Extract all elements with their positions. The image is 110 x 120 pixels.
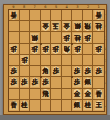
cell-9-1[interactable]: 香 bbox=[9, 10, 20, 21]
cell-4-4[interactable]: 角 bbox=[62, 44, 73, 55]
piece-black-lance[interactable]: 香 bbox=[94, 89, 103, 99]
hoshi-star-point bbox=[40, 76, 42, 78]
cell-8-9[interactable]: 桂 bbox=[20, 100, 31, 111]
cell-9-7[interactable]: 歩 bbox=[9, 77, 20, 88]
shogi-board-frame: 987654321 一二三四五六七八九 香香金玉金銀飛桂銀歩桂歩歩歩歩歩角歩歩歩… bbox=[3, 4, 107, 115]
cell-4-7[interactable] bbox=[62, 77, 73, 88]
cell-7-5[interactable] bbox=[30, 55, 41, 66]
cell-8-1[interactable] bbox=[20, 10, 31, 21]
piece-black-knight[interactable]: 桂 bbox=[20, 100, 29, 110]
cell-1-7[interactable] bbox=[93, 77, 104, 88]
cell-5-1[interactable] bbox=[51, 10, 62, 21]
cell-2-4[interactable] bbox=[83, 44, 94, 55]
piece-white-silver[interactable]: 銀 bbox=[30, 33, 39, 43]
hoshi-star-point bbox=[71, 43, 73, 45]
cell-7-4[interactable]: 歩 bbox=[30, 44, 41, 55]
piece-black-pawn[interactable]: 歩 bbox=[9, 66, 18, 76]
cell-3-5[interactable] bbox=[72, 55, 83, 66]
hoshi-star-point bbox=[40, 43, 42, 45]
piece-white-gold[interactable]: 金 bbox=[62, 21, 71, 31]
piece-black-pawn[interactable]: 歩 bbox=[30, 77, 39, 87]
cell-5-5[interactable] bbox=[51, 55, 62, 66]
cell-7-8[interactable] bbox=[30, 89, 41, 100]
cell-3-7[interactable]: 歩 bbox=[72, 77, 83, 88]
piece-black-pawn[interactable]: 歩 bbox=[41, 77, 50, 87]
cell-2-9[interactable]: 桂 bbox=[83, 100, 94, 111]
cell-7-2[interactable] bbox=[30, 21, 41, 32]
piece-black-pawn[interactable]: 歩 bbox=[9, 77, 18, 87]
piece-white-lance[interactable]: 香 bbox=[9, 10, 18, 20]
cell-2-5[interactable] bbox=[83, 55, 94, 66]
piece-white-pawn[interactable]: 歩 bbox=[83, 33, 92, 43]
piece-black-pawn[interactable]: 歩 bbox=[94, 66, 103, 76]
piece-white-knight[interactable]: 桂 bbox=[73, 33, 82, 43]
cell-6-2[interactable]: 金 bbox=[41, 21, 52, 32]
cell-8-5[interactable]: 歩 bbox=[20, 55, 31, 66]
cell-9-3[interactable] bbox=[9, 32, 20, 43]
cell-6-9[interactable] bbox=[41, 100, 52, 111]
cell-5-9[interactable] bbox=[51, 100, 62, 111]
cell-7-7[interactable]: 歩 bbox=[30, 77, 41, 88]
piece-white-pawn[interactable]: 歩 bbox=[73, 44, 82, 54]
cell-6-3[interactable] bbox=[41, 32, 52, 43]
cell-5-6[interactable]: 歩 bbox=[51, 66, 62, 77]
cell-1-6[interactable]: 歩 bbox=[93, 66, 104, 77]
cell-8-7[interactable]: 歩 bbox=[20, 77, 31, 88]
cell-1-5[interactable] bbox=[93, 55, 104, 66]
cell-1-1[interactable]: 香 bbox=[93, 10, 104, 21]
cell-8-8[interactable] bbox=[20, 89, 31, 100]
piece-white-knight[interactable]: 桂 bbox=[94, 21, 103, 31]
cell-6-7[interactable]: 歩 bbox=[41, 77, 52, 88]
cell-8-2[interactable] bbox=[20, 21, 31, 32]
piece-white-pawn[interactable]: 歩 bbox=[9, 44, 18, 54]
cell-8-4[interactable] bbox=[20, 44, 31, 55]
piece-black-silver[interactable]: 銀 bbox=[83, 77, 92, 87]
cell-4-8[interactable] bbox=[62, 89, 73, 100]
cell-5-2[interactable]: 玉 bbox=[51, 21, 62, 32]
cell-3-6[interactable]: 歩 bbox=[72, 66, 83, 77]
cell-6-8[interactable]: 飛 bbox=[41, 89, 52, 100]
cell-6-5[interactable] bbox=[41, 55, 52, 66]
piece-black-pawn[interactable]: 歩 bbox=[73, 66, 82, 76]
cell-2-3[interactable]: 歩 bbox=[83, 32, 94, 43]
cell-9-5[interactable] bbox=[9, 55, 20, 66]
cell-9-4[interactable]: 歩 bbox=[9, 44, 20, 55]
cell-2-2[interactable]: 飛 bbox=[83, 21, 94, 32]
cell-4-2[interactable]: 金 bbox=[62, 21, 73, 32]
cell-1-4[interactable]: 歩 bbox=[93, 44, 104, 55]
piece-white-pawn[interactable]: 歩 bbox=[20, 55, 29, 65]
cell-4-1[interactable] bbox=[62, 10, 73, 21]
cell-9-6[interactable]: 歩 bbox=[9, 66, 20, 77]
cell-3-4[interactable]: 歩 bbox=[72, 44, 83, 55]
shogi-board-grid: 香香金玉金銀飛桂銀歩桂歩歩歩歩歩角歩歩歩歩角歩歩歩歩歩歩歩歩歩銀飛金金香香桂銀桂… bbox=[8, 9, 105, 112]
piece-black-pawn[interactable]: 歩 bbox=[20, 77, 29, 87]
cell-6-4[interactable]: 歩 bbox=[41, 44, 52, 55]
piece-black-gold[interactable]: 金 bbox=[73, 89, 82, 99]
piece-white-silver[interactable]: 銀 bbox=[73, 21, 82, 31]
piece-black-gold[interactable]: 金 bbox=[83, 89, 92, 99]
cell-2-8[interactable]: 金 bbox=[83, 89, 94, 100]
cell-1-2[interactable]: 桂 bbox=[93, 21, 104, 32]
cell-4-5[interactable] bbox=[62, 55, 73, 66]
piece-white-bishop[interactable]: 角 bbox=[62, 44, 71, 54]
piece-black-lance[interactable]: 香 bbox=[9, 100, 18, 110]
cell-5-8[interactable] bbox=[51, 89, 62, 100]
cell-9-2[interactable] bbox=[9, 21, 20, 32]
piece-black-pawn[interactable]: 歩 bbox=[83, 66, 92, 76]
cell-3-1[interactable] bbox=[72, 10, 83, 21]
piece-white-rook[interactable]: 飛 bbox=[83, 21, 92, 31]
cell-2-6[interactable]: 歩 bbox=[83, 66, 94, 77]
piece-white-pawn[interactable]: 歩 bbox=[30, 44, 39, 54]
cell-3-3[interactable]: 桂 bbox=[72, 32, 83, 43]
cell-8-3[interactable] bbox=[20, 32, 31, 43]
piece-white-pawn[interactable]: 歩 bbox=[41, 44, 50, 54]
piece-white-king[interactable]: 玉 bbox=[51, 21, 60, 31]
piece-black-pawn[interactable]: 歩 bbox=[73, 77, 82, 87]
cell-8-6[interactable] bbox=[20, 66, 31, 77]
cell-5-7[interactable] bbox=[51, 77, 62, 88]
cell-3-8[interactable]: 金 bbox=[72, 89, 83, 100]
piece-black-pawn[interactable]: 歩 bbox=[51, 66, 60, 76]
cell-5-4[interactable]: 歩 bbox=[51, 44, 62, 55]
piece-black-bishop[interactable]: 角 bbox=[41, 66, 50, 76]
cell-3-2[interactable]: 銀 bbox=[72, 21, 83, 32]
piece-black-knight[interactable]: 桂 bbox=[83, 100, 92, 110]
piece-white-gold[interactable]: 金 bbox=[41, 21, 50, 31]
cell-5-3[interactable] bbox=[51, 32, 62, 43]
piece-white-pawn[interactable]: 歩 bbox=[94, 44, 103, 54]
cell-1-3[interactable] bbox=[93, 32, 104, 43]
piece-white-pawn[interactable]: 歩 bbox=[62, 33, 71, 43]
cell-9-9[interactable]: 香 bbox=[9, 100, 20, 111]
cell-6-1[interactable] bbox=[41, 10, 52, 21]
hoshi-star-point bbox=[71, 76, 73, 78]
piece-white-pawn[interactable]: 歩 bbox=[51, 44, 60, 54]
cell-1-8[interactable]: 香 bbox=[93, 89, 104, 100]
cell-1-9[interactable]: 王 bbox=[93, 100, 104, 111]
cell-2-1[interactable] bbox=[83, 10, 94, 21]
cell-6-6[interactable]: 角 bbox=[41, 66, 52, 77]
piece-black-king[interactable]: 王 bbox=[94, 100, 103, 110]
window-bottom-edge bbox=[0, 115, 110, 120]
piece-black-rook[interactable]: 飛 bbox=[41, 89, 50, 99]
piece-white-lance[interactable]: 香 bbox=[94, 10, 103, 20]
cell-2-7[interactable]: 銀 bbox=[83, 77, 94, 88]
cell-9-8[interactable] bbox=[9, 89, 20, 100]
cell-7-9[interactable] bbox=[30, 100, 41, 111]
cell-3-9[interactable]: 銀 bbox=[72, 100, 83, 111]
cell-7-1[interactable] bbox=[30, 10, 41, 21]
cell-4-9[interactable] bbox=[62, 100, 73, 111]
piece-black-silver[interactable]: 銀 bbox=[73, 100, 82, 110]
